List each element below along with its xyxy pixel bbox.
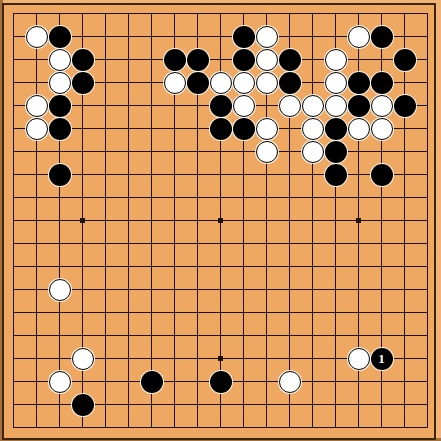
- stones-layer: 1: [2, 2, 439, 439]
- stone-white: [233, 95, 255, 117]
- stone-white: [348, 348, 370, 370]
- stone-black: [210, 118, 232, 140]
- stone-white: [164, 72, 186, 94]
- stone-white: [26, 118, 48, 140]
- stone-black: [394, 95, 416, 117]
- stone-white: [279, 95, 301, 117]
- stone-black: [49, 164, 71, 186]
- stone-white: [279, 371, 301, 393]
- stone-white: [256, 72, 278, 94]
- stone-white: [302, 141, 324, 163]
- stone-white: [72, 348, 94, 370]
- stone-white: [348, 26, 370, 48]
- stone-white: [256, 118, 278, 140]
- stone-white: [348, 118, 370, 140]
- stone-white: [371, 95, 393, 117]
- stone-black: [187, 49, 209, 71]
- stone-black: [72, 72, 94, 94]
- stone-black: [233, 118, 255, 140]
- stone-white: [233, 72, 255, 94]
- stone-white: [210, 72, 232, 94]
- stone-white: [302, 118, 324, 140]
- stone-black: [348, 72, 370, 94]
- stone-black: [279, 49, 301, 71]
- stone-white: [26, 26, 48, 48]
- stone-black: [371, 26, 393, 48]
- stone-white: [302, 95, 324, 117]
- stone-white: [49, 72, 71, 94]
- stone-black: [210, 95, 232, 117]
- stone-black: [49, 95, 71, 117]
- stone-black: [164, 49, 186, 71]
- stone-black: [72, 394, 94, 416]
- stone-black: [72, 49, 94, 71]
- stone-white: [26, 95, 48, 117]
- stone-white: [49, 49, 71, 71]
- stone-black: 1: [371, 348, 393, 370]
- stone-black: [279, 72, 301, 94]
- stone-white: [49, 371, 71, 393]
- stone-black: [325, 118, 347, 140]
- stone-black: [348, 95, 370, 117]
- stone-white: [256, 49, 278, 71]
- stone-black: [233, 49, 255, 71]
- stone-black: [49, 26, 71, 48]
- stone-white: [49, 279, 71, 301]
- stone-white: [256, 26, 278, 48]
- stone-black: [371, 164, 393, 186]
- stone-black: [187, 72, 209, 94]
- move-number-label: 1: [371, 348, 393, 370]
- stone-black: [394, 49, 416, 71]
- stone-black: [371, 72, 393, 94]
- stone-black: [233, 26, 255, 48]
- stone-white: [256, 141, 278, 163]
- stone-black: [49, 118, 71, 140]
- stone-black: [325, 164, 347, 186]
- stone-white: [325, 72, 347, 94]
- stone-white: [371, 118, 393, 140]
- stone-white: [325, 49, 347, 71]
- stone-black: [210, 371, 232, 393]
- go-board: 1: [0, 0, 441, 441]
- stone-white: [325, 95, 347, 117]
- stone-black: [141, 371, 163, 393]
- stone-black: [325, 141, 347, 163]
